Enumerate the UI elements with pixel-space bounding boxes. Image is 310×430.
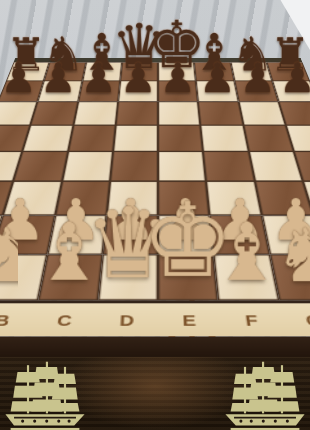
square-f4[interactable] bbox=[203, 151, 254, 181]
piece-black-pawn[interactable]: ♟ bbox=[279, 57, 310, 98]
decorative-front-panel bbox=[0, 350, 310, 430]
square-b5[interactable] bbox=[22, 125, 73, 151]
square-d6[interactable] bbox=[115, 102, 158, 125]
square-c5[interactable] bbox=[68, 125, 116, 151]
file-coordinates: ABCDEFGH bbox=[0, 300, 310, 336]
piece-black-pawn[interactable]: ♟ bbox=[40, 57, 77, 98]
piece-black-pawn[interactable]: ♟ bbox=[80, 57, 117, 98]
sailing-ship-icon-left bbox=[2, 360, 88, 430]
square-g1[interactable]: ♞ bbox=[269, 254, 310, 300]
square-g7[interactable]: ♟ bbox=[234, 81, 278, 102]
piece-black-pawn[interactable]: ♟ bbox=[0, 57, 37, 98]
square-h4[interactable] bbox=[294, 151, 310, 181]
file-label-f: F bbox=[244, 311, 259, 329]
square-f6[interactable] bbox=[198, 102, 243, 125]
square-h7[interactable]: ♟ bbox=[272, 81, 310, 102]
square-c7[interactable]: ♟ bbox=[78, 81, 120, 102]
square-f1[interactable]: ♝ bbox=[214, 254, 279, 300]
square-f5[interactable] bbox=[201, 125, 249, 151]
square-e1[interactable]: ♚ bbox=[158, 254, 218, 300]
board-squares-grid: ♜♞♝♛♚♝♞♜♟♟♟♟♟♟♟♟♟♟♟♟♟♟♟♟♜♞♝♛♚♝♞♜ bbox=[0, 62, 310, 300]
file-label-e: E bbox=[182, 311, 196, 329]
square-b6[interactable] bbox=[30, 102, 77, 125]
square-f7[interactable]: ♟ bbox=[196, 81, 238, 102]
square-c6[interactable] bbox=[73, 102, 118, 125]
square-d4[interactable] bbox=[110, 151, 158, 181]
piece-white-bishop[interactable]: ♝ bbox=[212, 213, 284, 293]
square-g6[interactable] bbox=[238, 102, 285, 125]
piece-black-pawn[interactable]: ♟ bbox=[120, 57, 157, 98]
file-label-c: C bbox=[56, 311, 73, 329]
file-label-b: B bbox=[0, 311, 12, 329]
square-a4[interactable] bbox=[0, 151, 22, 181]
square-a6[interactable] bbox=[0, 102, 38, 125]
square-e6[interactable] bbox=[158, 102, 201, 125]
piece-white-knight[interactable]: ♞ bbox=[273, 218, 310, 293]
square-b4[interactable] bbox=[13, 151, 67, 181]
piece-black-pawn[interactable]: ♟ bbox=[199, 57, 236, 98]
file-label-d: D bbox=[119, 311, 134, 329]
square-e7[interactable]: ♟ bbox=[158, 81, 198, 102]
piece-black-pawn[interactable]: ♟ bbox=[159, 57, 196, 98]
square-h6[interactable] bbox=[278, 102, 310, 125]
board-front-edge bbox=[0, 337, 310, 357]
sailing-ship-icon-right bbox=[222, 360, 308, 430]
file-label-g: G bbox=[304, 311, 310, 329]
square-d5[interactable] bbox=[113, 125, 158, 151]
square-b7[interactable]: ♟ bbox=[38, 81, 82, 102]
square-c4[interactable] bbox=[62, 151, 113, 181]
square-a7[interactable]: ♟ bbox=[0, 81, 44, 102]
square-e5[interactable] bbox=[158, 125, 203, 151]
square-e4[interactable] bbox=[158, 151, 206, 181]
piece-black-pawn[interactable]: ♟ bbox=[239, 57, 276, 98]
chess-board: ♜♞♝♛♚♝♞♜♟♟♟♟♟♟♟♟♟♟♟♟♟♟♟♟♜♞♝♛♚♝♞♜ ABCDEFG… bbox=[0, 58, 310, 353]
square-d7[interactable]: ♟ bbox=[118, 81, 158, 102]
